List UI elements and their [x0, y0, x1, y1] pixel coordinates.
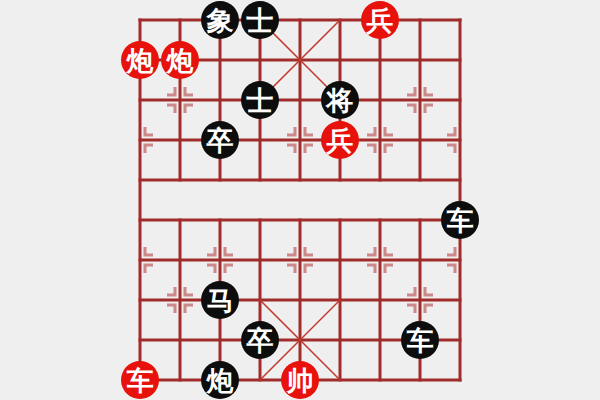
intersection-c8-r6[interactable]	[440, 240, 480, 280]
intersection-c8-r4[interactable]	[440, 160, 480, 200]
intersection-c6-r3[interactable]	[360, 120, 400, 160]
intersection-c3-r1[interactable]	[240, 40, 280, 80]
intersection-c7-r3[interactable]	[400, 120, 440, 160]
intersection-c0-r2[interactable]	[120, 80, 160, 120]
intersection-c5-r6[interactable]	[320, 240, 360, 280]
intersection-c7-r1[interactable]	[400, 40, 440, 80]
intersection-c4-r0[interactable]	[280, 0, 320, 40]
intersection-c4-r8[interactable]	[280, 320, 320, 360]
intersection-c5-r0[interactable]	[320, 0, 360, 40]
intersection-c3-r5[interactable]	[240, 200, 280, 240]
piece-red-cannon[interactable]: 炮	[161, 41, 199, 79]
intersection-c0-r6[interactable]	[120, 240, 160, 280]
intersection-c8-r2[interactable]	[440, 80, 480, 120]
intersection-c3-r4[interactable]	[240, 160, 280, 200]
intersection-c6-r8[interactable]	[360, 320, 400, 360]
intersection-c2-r5[interactable]	[200, 200, 240, 240]
intersection-c4-r4[interactable]	[280, 160, 320, 200]
intersection-c8-r3[interactable]	[440, 120, 480, 160]
piece-red-soldier[interactable]: 兵	[321, 121, 359, 159]
intersection-c7-r0[interactable]	[400, 0, 440, 40]
intersection-c1-r3[interactable]	[160, 120, 200, 160]
intersection-c2-r1[interactable]	[200, 40, 240, 80]
intersection-c1-r8[interactable]	[160, 320, 200, 360]
intersection-c7-r7[interactable]	[400, 280, 440, 320]
xiangqi-screenshot: 象士兵炮炮士将卒兵车马卒车车炮帅	[0, 0, 600, 400]
intersection-c7-r5[interactable]	[400, 200, 440, 240]
piece-black-advisor[interactable]: 士	[241, 1, 279, 39]
intersection-c6-r4[interactable]	[360, 160, 400, 200]
intersection-c5-r9[interactable]	[320, 360, 360, 400]
intersection-c0-r3[interactable]	[120, 120, 160, 160]
piece-red-general[interactable]: 帅	[281, 361, 319, 399]
intersection-c8-r9[interactable]	[440, 360, 480, 400]
intersection-c2-r4[interactable]	[200, 160, 240, 200]
intersection-c5-r8[interactable]	[320, 320, 360, 360]
intersection-c2-r8[interactable]	[200, 320, 240, 360]
intersection-c1-r0[interactable]	[160, 0, 200, 40]
intersection-c6-r2[interactable]	[360, 80, 400, 120]
intersection-c6-r9[interactable]	[360, 360, 400, 400]
intersection-c1-r2[interactable]	[160, 80, 200, 120]
intersection-c7-r9[interactable]	[400, 360, 440, 400]
piece-red-cannon[interactable]: 炮	[121, 41, 159, 79]
intersection-c0-r0[interactable]	[120, 0, 160, 40]
piece-black-chariot[interactable]: 车	[401, 321, 439, 359]
piece-black-advisor[interactable]: 士	[241, 81, 279, 119]
intersection-c3-r6[interactable]	[240, 240, 280, 280]
intersection-c1-r6[interactable]	[160, 240, 200, 280]
intersection-c4-r1[interactable]	[280, 40, 320, 80]
intersection-c3-r3[interactable]	[240, 120, 280, 160]
intersection-c0-r4[interactable]	[120, 160, 160, 200]
intersection-c8-r1[interactable]	[440, 40, 480, 80]
intersection-c2-r2[interactable]	[200, 80, 240, 120]
intersection-c7-r2[interactable]	[400, 80, 440, 120]
intersection-c4-r5[interactable]	[280, 200, 320, 240]
piece-black-soldier[interactable]: 卒	[201, 121, 239, 159]
intersection-c6-r7[interactable]	[360, 280, 400, 320]
intersection-c3-r7[interactable]	[240, 280, 280, 320]
intersection-c0-r7[interactable]	[120, 280, 160, 320]
piece-black-general[interactable]: 将	[321, 81, 359, 119]
intersection-c8-r8[interactable]	[440, 320, 480, 360]
intersection-c0-r5[interactable]	[120, 200, 160, 240]
intersection-c7-r4[interactable]	[400, 160, 440, 200]
intersection-c6-r6[interactable]	[360, 240, 400, 280]
intersection-c6-r5[interactable]	[360, 200, 400, 240]
intersection-c8-r7[interactable]	[440, 280, 480, 320]
intersection-c0-r8[interactable]	[120, 320, 160, 360]
intersection-c4-r3[interactable]	[280, 120, 320, 160]
piece-black-elephant[interactable]: 象	[201, 1, 239, 39]
intersection-c5-r1[interactable]	[320, 40, 360, 80]
intersection-c1-r4[interactable]	[160, 160, 200, 200]
piece-red-soldier[interactable]: 兵	[361, 1, 399, 39]
intersection-c5-r7[interactable]	[320, 280, 360, 320]
intersection-c2-r6[interactable]	[200, 240, 240, 280]
intersection-c4-r7[interactable]	[280, 280, 320, 320]
intersection-c4-r6[interactable]	[280, 240, 320, 280]
piece-black-soldier[interactable]: 卒	[241, 321, 279, 359]
intersection-c5-r5[interactable]	[320, 200, 360, 240]
intersection-c6-r1[interactable]	[360, 40, 400, 80]
intersection-c8-r0[interactable]	[440, 0, 480, 40]
piece-red-chariot[interactable]: 车	[121, 361, 159, 399]
intersection-c1-r7[interactable]	[160, 280, 200, 320]
intersection-c5-r4[interactable]	[320, 160, 360, 200]
piece-black-chariot[interactable]: 车	[441, 201, 479, 239]
intersection-c1-r5[interactable]	[160, 200, 200, 240]
piece-black-horse[interactable]: 马	[201, 281, 239, 319]
intersection-c3-r9[interactable]	[240, 360, 280, 400]
intersection-c4-r2[interactable]	[280, 80, 320, 120]
intersection-c1-r9[interactable]	[160, 360, 200, 400]
intersection-c7-r6[interactable]	[400, 240, 440, 280]
piece-black-cannon[interactable]: 炮	[201, 361, 239, 399]
